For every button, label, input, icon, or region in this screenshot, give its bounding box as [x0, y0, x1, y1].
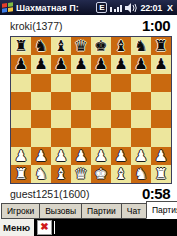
square-b4[interactable]: [31, 110, 51, 128]
square-g6[interactable]: [131, 74, 151, 92]
square-e4[interactable]: [91, 110, 111, 128]
square-e1[interactable]: ♚: [91, 165, 111, 183]
piece-black-bishop: ♝: [111, 37, 131, 55]
square-e8[interactable]: ♚: [91, 37, 111, 55]
square-f1[interactable]: ♝: [111, 165, 131, 183]
square-h8[interactable]: ♜: [151, 37, 171, 55]
piece-black-knight: ♞: [131, 37, 151, 55]
square-e3[interactable]: [91, 128, 111, 146]
square-h4[interactable]: [151, 110, 171, 128]
speaker-icon[interactable]: [125, 3, 137, 13]
piece-white-pawn: ♟: [31, 147, 51, 165]
status-clock: 22:01: [140, 3, 162, 13]
square-a2[interactable]: ♟: [11, 147, 31, 165]
player-row: guest1251(1600) 0:58: [10, 185, 170, 202]
square-g2[interactable]: ♟: [131, 147, 151, 165]
square-d8[interactable]: ♛: [71, 37, 91, 55]
square-d1[interactable]: ♛: [71, 165, 91, 183]
piece-white-bishop: ♝: [51, 165, 71, 183]
piece-white-knight: ♞: [131, 165, 151, 183]
square-f4[interactable]: [111, 110, 131, 128]
piece-black-pawn: ♟: [131, 55, 151, 73]
square-c8[interactable]: ♝: [51, 37, 71, 55]
square-d2[interactable]: ♟: [71, 147, 91, 165]
square-b1[interactable]: ♞: [31, 165, 51, 183]
square-c3[interactable]: [51, 128, 71, 146]
square-c6[interactable]: [51, 74, 71, 92]
square-g1[interactable]: ♞: [131, 165, 151, 183]
piece-black-pawn: ♟: [111, 55, 131, 73]
square-d4[interactable]: [71, 110, 91, 128]
piece-white-pawn: ♟: [11, 147, 31, 165]
app-title: Шахматная П:: [16, 3, 96, 13]
piece-white-pawn: ♟: [111, 147, 131, 165]
square-h2[interactable]: ♟: [151, 147, 171, 165]
square-b5[interactable]: [31, 92, 51, 110]
cursor-line: [54, 221, 55, 234]
square-a3[interactable]: [11, 128, 31, 146]
square-f7[interactable]: ♟: [111, 55, 131, 73]
menu-label: Меню: [3, 222, 30, 233]
square-f8[interactable]: ♝: [111, 37, 131, 55]
piece-black-pawn: ♟: [31, 55, 51, 73]
signal-strength-icon[interactable]: [110, 3, 122, 12]
square-h5[interactable]: [151, 92, 171, 110]
square-c5[interactable]: [51, 92, 71, 110]
square-c1[interactable]: ♝: [51, 165, 71, 183]
edge-connection-icon[interactable]: E: [96, 2, 107, 13]
square-a8[interactable]: ♜: [11, 37, 31, 55]
player-clock: 0:58: [142, 185, 170, 202]
windows-start-icon[interactable]: [2, 2, 13, 14]
piece-white-king: ♚: [91, 165, 111, 183]
piece-white-pawn: ♟: [131, 147, 151, 165]
square-c4[interactable]: [51, 110, 71, 128]
piece-white-rook: ♜: [151, 165, 171, 183]
title-bar: Шахматная П: E 22:01 X: [0, 0, 177, 15]
piece-black-rook: ♜: [11, 37, 31, 55]
square-a5[interactable]: [11, 92, 31, 110]
square-b6[interactable]: [31, 74, 51, 92]
square-h3[interactable]: [151, 128, 171, 146]
square-h6[interactable]: [151, 74, 171, 92]
square-h7[interactable]: ♟: [151, 55, 171, 73]
piece-black-pawn: ♟: [151, 55, 171, 73]
square-b2[interactable]: ♟: [31, 147, 51, 165]
square-f5[interactable]: [111, 92, 131, 110]
chess-app-screen: Шахматная П: E 22:01 X kroki(1377) 1:00 …: [0, 0, 177, 236]
square-a4[interactable]: [11, 110, 31, 128]
square-g4[interactable]: [131, 110, 151, 128]
square-d7[interactable]: ♟: [71, 55, 91, 73]
square-e7[interactable]: ♟: [91, 55, 111, 73]
piece-black-pawn: ♟: [71, 55, 91, 73]
square-g7[interactable]: ♟: [131, 55, 151, 73]
square-d3[interactable]: [71, 128, 91, 146]
piece-white-pawn: ♟: [71, 147, 91, 165]
square-c2[interactable]: ♟: [51, 147, 71, 165]
square-b7[interactable]: ♟: [31, 55, 51, 73]
square-f2[interactable]: ♟: [111, 147, 131, 165]
square-a6[interactable]: [11, 74, 31, 92]
square-g5[interactable]: [131, 92, 151, 110]
tab-vyzovy[interactable]: Вызовы: [39, 203, 82, 219]
square-b8[interactable]: ♞: [31, 37, 51, 55]
piece-white-knight: ♞: [31, 165, 51, 183]
piece-black-bishop: ♝: [51, 37, 71, 55]
menu-button[interactable]: Меню: [0, 219, 34, 236]
square-a1[interactable]: ♜: [11, 165, 31, 183]
square-d5[interactable]: [71, 92, 91, 110]
player-name: guest1251(1600): [10, 188, 89, 200]
square-d6[interactable]: [71, 74, 91, 92]
tab-partii[interactable]: Партии: [81, 203, 122, 219]
piece-white-pawn: ♟: [51, 147, 71, 165]
square-c7[interactable]: ♟: [51, 55, 71, 73]
piece-black-pawn: ♟: [51, 55, 71, 73]
tab-bar: ИгрокиВызовыПартииЧатПартия: [0, 202, 177, 219]
piece-black-knight: ♞: [31, 37, 51, 55]
piece-black-pawn: ♟: [11, 55, 31, 73]
close-icon[interactable]: X: [165, 3, 175, 13]
square-g3[interactable]: [131, 128, 151, 146]
square-h1[interactable]: ♜: [151, 165, 171, 183]
opponent-clock: 1:00: [142, 17, 170, 34]
opponent-name: kroki(1377): [10, 20, 63, 32]
piece-black-rook: ♜: [151, 37, 171, 55]
piece-white-queen: ♛: [71, 165, 91, 183]
square-f6[interactable]: [111, 74, 131, 92]
piece-white-rook: ♜: [11, 165, 31, 183]
tab-chat[interactable]: Чат: [121, 203, 147, 219]
square-e6[interactable]: [91, 74, 111, 92]
square-a7[interactable]: ♟: [11, 55, 31, 73]
command-bar: Меню ✖: [0, 219, 177, 236]
square-b3[interactable]: [31, 128, 51, 146]
chess-board: ♜♞♝♛♚♝♞♜♟♟♟♟♟♟♟♟♟♟♟♟♟♟♟♟♜♞♝♛♚♝♞♜: [10, 36, 172, 184]
tab-partiya[interactable]: Партия: [146, 201, 177, 219]
piece-black-pawn: ♟: [91, 55, 111, 73]
piece-black-queen: ♛: [71, 37, 91, 55]
red-close-icon[interactable]: ✖: [37, 220, 52, 235]
tab-igroki[interactable]: Игроки: [1, 203, 40, 219]
piece-white-pawn: ♟: [91, 147, 111, 165]
piece-black-king: ♚: [91, 37, 111, 55]
piece-white-bishop: ♝: [111, 165, 131, 183]
square-f3[interactable]: [111, 128, 131, 146]
square-g8[interactable]: ♞: [131, 37, 151, 55]
opponent-row: kroki(1377) 1:00: [10, 17, 170, 34]
square-e2[interactable]: ♟: [91, 147, 111, 165]
piece-white-pawn: ♟: [151, 147, 171, 165]
square-e5[interactable]: [91, 92, 111, 110]
